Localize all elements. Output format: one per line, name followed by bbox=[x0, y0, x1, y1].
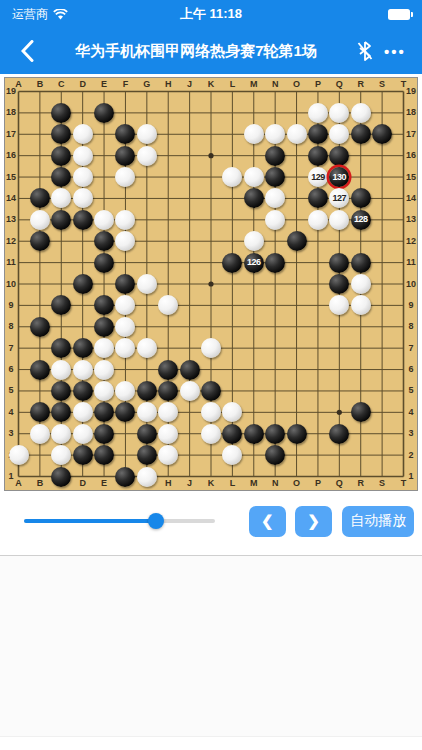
black-stone-D7 bbox=[73, 338, 93, 358]
coord-row-right: 3 bbox=[404, 427, 418, 440]
coord-col-top: E bbox=[97, 78, 111, 91]
coord-row-left: 15 bbox=[4, 171, 18, 184]
coord-row-left: 3 bbox=[4, 427, 18, 440]
next-move-button[interactable]: ❯ bbox=[295, 506, 332, 537]
white-stone-R18 bbox=[351, 103, 371, 123]
coord-row-right: 12 bbox=[404, 235, 418, 248]
coord-row-right: 8 bbox=[404, 320, 418, 333]
black-stone-E11 bbox=[94, 253, 114, 273]
white-stone-D6 bbox=[73, 360, 93, 380]
coord-row-left: 4 bbox=[4, 406, 18, 419]
white-stone-B13 bbox=[30, 210, 50, 230]
coord-col-bottom: P bbox=[311, 477, 325, 490]
coord-row-left: 17 bbox=[4, 128, 18, 141]
coord-row-left: 11 bbox=[4, 256, 18, 269]
coord-col-top: R bbox=[354, 78, 368, 91]
coord-col-top: B bbox=[33, 78, 47, 91]
coord-row-right: 17 bbox=[404, 128, 418, 141]
playback-controls: ❮ ❯ 自动播放 bbox=[0, 491, 422, 538]
white-stone-M15 bbox=[244, 167, 264, 187]
coord-col-top: N bbox=[268, 78, 282, 91]
coord-row-right: 9 bbox=[404, 299, 418, 312]
black-stone-Q3 bbox=[329, 424, 349, 444]
coord-col-top: G bbox=[140, 78, 154, 91]
black-stone-G5 bbox=[137, 381, 157, 401]
white-stone-J5 bbox=[180, 381, 200, 401]
star-point bbox=[208, 281, 213, 286]
white-stone-G7 bbox=[137, 338, 157, 358]
white-stone-A2 bbox=[9, 445, 29, 465]
black-stone-B6 bbox=[30, 360, 50, 380]
coord-col-bottom: E bbox=[97, 477, 111, 490]
white-stone-P15: 129 bbox=[308, 167, 328, 187]
go-board-widget: AA1919BB1818CC1717DD1616EE1515FF1414GG13… bbox=[4, 77, 418, 491]
prev-move-button[interactable]: ❮ bbox=[249, 506, 286, 537]
coord-col-bottom: K bbox=[204, 477, 218, 490]
bluetooth-button[interactable] bbox=[350, 34, 380, 68]
wifi-icon bbox=[53, 9, 68, 20]
coord-row-right: 13 bbox=[404, 213, 418, 226]
coord-col-top: O bbox=[290, 78, 304, 91]
coord-row-right: 6 bbox=[404, 363, 418, 376]
move-number-label: 129 bbox=[311, 173, 325, 182]
white-stone-R9 bbox=[351, 295, 371, 315]
coord-col-bottom: S bbox=[375, 477, 389, 490]
white-stone-E6 bbox=[94, 360, 114, 380]
black-stone-G3 bbox=[137, 424, 157, 444]
coord-col-top: P bbox=[311, 78, 325, 91]
slider-fill bbox=[24, 519, 156, 523]
black-stone-R11 bbox=[351, 253, 371, 273]
white-stone-D4 bbox=[73, 402, 93, 422]
coord-col-top: H bbox=[161, 78, 175, 91]
coord-row-right: 15 bbox=[404, 171, 418, 184]
coord-col-bottom: N bbox=[268, 477, 282, 490]
black-stone-N11 bbox=[265, 253, 285, 273]
white-stone-K3 bbox=[201, 424, 221, 444]
black-stone-O3 bbox=[287, 424, 307, 444]
coord-row-right: 7 bbox=[404, 342, 418, 355]
black-stone-N16 bbox=[265, 146, 285, 166]
black-stone-E3 bbox=[94, 424, 114, 444]
white-stone-M17 bbox=[244, 124, 264, 144]
coord-col-bottom: L bbox=[225, 477, 239, 490]
coord-col-top: L bbox=[225, 78, 239, 91]
back-button[interactable] bbox=[12, 34, 42, 68]
white-stone-G1 bbox=[137, 467, 157, 487]
white-stone-M12 bbox=[244, 231, 264, 251]
white-stone-D3 bbox=[73, 424, 93, 444]
coord-row-right: 5 bbox=[404, 384, 418, 397]
black-stone-D2 bbox=[73, 445, 93, 465]
black-stone-P16 bbox=[308, 146, 328, 166]
white-stone-D15 bbox=[73, 167, 93, 187]
white-stone-D16 bbox=[73, 146, 93, 166]
white-stone-E5 bbox=[94, 381, 114, 401]
coord-col-bottom: H bbox=[161, 477, 175, 490]
white-stone-E13 bbox=[94, 210, 114, 230]
black-stone-K5 bbox=[201, 381, 221, 401]
coord-col-bottom: R bbox=[354, 477, 368, 490]
coord-col-bottom: O bbox=[290, 477, 304, 490]
white-stone-G16 bbox=[137, 146, 157, 166]
ellipsis-icon: ••• bbox=[384, 43, 406, 60]
black-stone-B8 bbox=[30, 317, 50, 337]
black-stone-C13 bbox=[51, 210, 71, 230]
black-stone-Q16 bbox=[329, 146, 349, 166]
coord-row-right: 11 bbox=[404, 256, 418, 269]
carrier-label: 运营商 bbox=[12, 6, 48, 23]
coord-col-bottom: J bbox=[183, 477, 197, 490]
black-stone-D5 bbox=[73, 381, 93, 401]
coord-col-top: S bbox=[375, 78, 389, 91]
coord-row-right: 10 bbox=[404, 278, 418, 291]
go-board[interactable]: AA1919BB1818CC1717DD1616EE1515FF1414GG13… bbox=[5, 78, 417, 490]
white-stone-G10 bbox=[137, 274, 157, 294]
coord-row-left: 7 bbox=[4, 342, 18, 355]
white-stone-B3 bbox=[30, 424, 50, 444]
black-stone-M3 bbox=[244, 424, 264, 444]
coord-col-top: F bbox=[118, 78, 132, 91]
coord-col-bottom: Q bbox=[332, 477, 346, 490]
white-stone-N13 bbox=[265, 210, 285, 230]
black-stone-C1 bbox=[51, 467, 71, 487]
coord-col-bottom: B bbox=[33, 477, 47, 490]
chevron-right-icon: ❯ bbox=[307, 512, 320, 530]
lower-panel bbox=[0, 556, 422, 737]
coord-row-left: 16 bbox=[4, 149, 18, 162]
coord-row-right: 16 bbox=[404, 149, 418, 162]
coord-col-top: D bbox=[76, 78, 90, 91]
bluetooth-disabled-icon bbox=[357, 41, 373, 61]
black-stone-D13 bbox=[73, 210, 93, 230]
star-point bbox=[208, 153, 213, 158]
coord-row-left: 19 bbox=[4, 85, 18, 98]
move-number-label: 126 bbox=[247, 258, 261, 267]
slider-thumb[interactable] bbox=[148, 513, 164, 529]
coord-col-top: K bbox=[204, 78, 218, 91]
black-stone-R4 bbox=[351, 402, 371, 422]
move-slider[interactable] bbox=[24, 506, 215, 536]
star-point bbox=[337, 410, 342, 415]
coord-col-top: C bbox=[54, 78, 68, 91]
coord-row-left: 8 bbox=[4, 320, 18, 333]
coord-col-bottom: M bbox=[247, 477, 261, 490]
clock: 上午 11:18 bbox=[122, 5, 300, 23]
coord-row-left: 14 bbox=[4, 192, 18, 205]
black-stone-O12 bbox=[287, 231, 307, 251]
white-stone-R10 bbox=[351, 274, 371, 294]
chevron-left-icon bbox=[21, 40, 34, 62]
black-stone-L3 bbox=[222, 424, 242, 444]
black-stone-B12 bbox=[30, 231, 50, 251]
black-stone-E8 bbox=[94, 317, 114, 337]
coord-row-left: 18 bbox=[4, 106, 18, 119]
white-stone-P18 bbox=[308, 103, 328, 123]
coord-row-right: 4 bbox=[404, 406, 418, 419]
coord-col-bottom: D bbox=[76, 477, 90, 490]
black-stone-G2 bbox=[137, 445, 157, 465]
black-stone-Q11 bbox=[329, 253, 349, 273]
coord-row-right: 14 bbox=[404, 192, 418, 205]
coord-row-right: 2 bbox=[404, 449, 418, 462]
coord-row-left: 1 bbox=[4, 470, 18, 483]
black-stone-C16 bbox=[51, 146, 71, 166]
move-number-label: 128 bbox=[354, 215, 368, 224]
coord-row-left: 12 bbox=[4, 235, 18, 248]
coord-row-left: 9 bbox=[4, 299, 18, 312]
white-stone-D17 bbox=[73, 124, 93, 144]
more-button[interactable]: ••• bbox=[380, 34, 410, 68]
black-stone-J6 bbox=[180, 360, 200, 380]
black-stone-N3 bbox=[265, 424, 285, 444]
black-stone-R13: 128 bbox=[351, 210, 371, 230]
coord-row-right: 18 bbox=[404, 106, 418, 119]
coord-col-top: J bbox=[183, 78, 197, 91]
chevron-left-icon: ❮ bbox=[261, 512, 274, 530]
battery-icon bbox=[388, 9, 410, 20]
white-stone-C3 bbox=[51, 424, 71, 444]
coord-col-top: Q bbox=[332, 78, 346, 91]
black-stone-F16 bbox=[115, 146, 135, 166]
black-stone-M11: 126 bbox=[244, 253, 264, 273]
coord-row-left: 10 bbox=[4, 278, 18, 291]
coord-row-left: 13 bbox=[4, 213, 18, 226]
move-number-label: 127 bbox=[333, 194, 347, 203]
coord-col-top: T bbox=[397, 78, 411, 91]
white-stone-G17 bbox=[137, 124, 157, 144]
coord-row-left: 6 bbox=[4, 363, 18, 376]
coord-row-left: 5 bbox=[4, 384, 18, 397]
nav-bar: 华为手机杯围甲网络热身赛7轮第1场 ••• bbox=[0, 28, 422, 74]
white-stone-O17 bbox=[287, 124, 307, 144]
white-stone-P13 bbox=[308, 210, 328, 230]
white-stone-D14 bbox=[73, 188, 93, 208]
black-stone-D10 bbox=[73, 274, 93, 294]
black-stone-R17 bbox=[351, 124, 371, 144]
black-stone-F1 bbox=[115, 467, 135, 487]
black-stone-L11 bbox=[222, 253, 242, 273]
page-title: 华为手机杯围甲网络热身赛7轮第1场 bbox=[42, 42, 350, 61]
white-stone-C6 bbox=[51, 360, 71, 380]
white-stone-H3 bbox=[158, 424, 178, 444]
status-bar: 运营商 上午 11:18 bbox=[0, 0, 422, 28]
black-stone-H6 bbox=[158, 360, 178, 380]
coord-col-top: M bbox=[247, 78, 261, 91]
move-number-label: 130 bbox=[333, 173, 347, 182]
coord-row-right: 1 bbox=[404, 470, 418, 483]
black-stone-E18 bbox=[94, 103, 114, 123]
autoplay-button[interactable]: 自动播放 bbox=[342, 506, 414, 537]
